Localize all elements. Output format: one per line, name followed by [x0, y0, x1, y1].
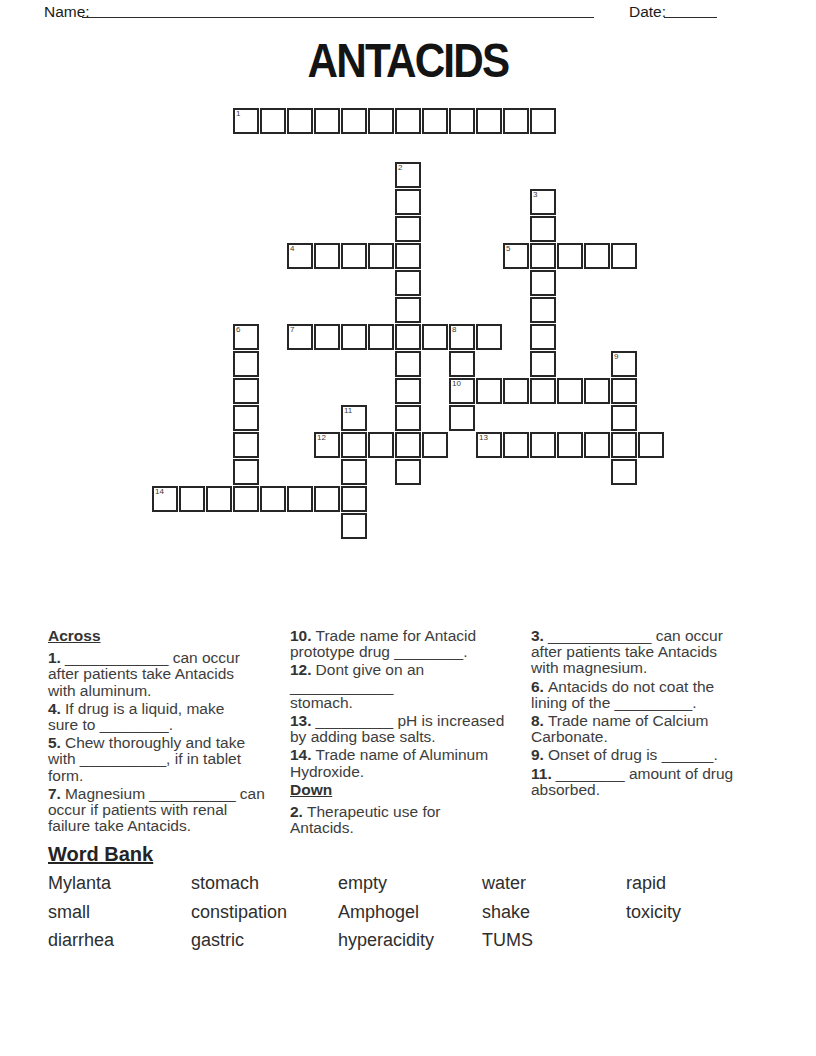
grid-cell-r8c9[interactable] — [395, 324, 421, 350]
clue-6: 6.Antacids do not coat the lining of the… — [531, 679, 751, 711]
grid-cell-r0c13[interactable] — [503, 108, 529, 134]
grid-cell-r12c7[interactable] — [341, 432, 367, 458]
grid-cell-r14c3[interactable] — [233, 486, 259, 512]
grid-cell-r14c6[interactable] — [314, 486, 340, 512]
clue-number-6: 6 — [236, 325, 240, 334]
clue-number-7: 7 — [290, 325, 294, 334]
grid-cell-r5c17[interactable] — [611, 243, 637, 269]
grid-cell-r8c7[interactable] — [341, 324, 367, 350]
grid-cell-r12c14[interactable] — [530, 432, 556, 458]
grid-cell-r12c10[interactable] — [422, 432, 448, 458]
grid-cell-r6c9[interactable] — [395, 270, 421, 296]
clue-number-13: 13 — [479, 433, 488, 442]
grid-cell-r10c16[interactable] — [584, 378, 610, 404]
grid-cell-r0c6[interactable] — [314, 108, 340, 134]
grid-cell-r5c16[interactable] — [584, 243, 610, 269]
grid-cell-r10c14[interactable] — [530, 378, 556, 404]
grid-cell-r10c3[interactable] — [233, 378, 259, 404]
date-blank-line — [664, 2, 717, 18]
clue-10: 10.Trade name for Antacid prototype drug… — [290, 628, 520, 660]
grid-cell-r12c6[interactable]: 12 — [314, 432, 340, 458]
puzzle-title: ANTACIDS — [49, 33, 767, 88]
grid-cell-r9c9[interactable] — [395, 351, 421, 377]
grid-cell-r8c12[interactable] — [476, 324, 502, 350]
grid-cell-r13c17[interactable] — [611, 459, 637, 485]
clues-column-down: 3.____________ can occur after patients … — [531, 628, 751, 800]
clue-8: 8.Trade name of Calcium Carbonate. — [531, 713, 751, 745]
grid-cell-r14c4[interactable] — [260, 486, 286, 512]
grid-cell-r7c9[interactable] — [395, 297, 421, 323]
grid-cell-r10c9[interactable] — [395, 378, 421, 404]
clue-1: 1.____________ can occur after patients … — [48, 650, 266, 699]
clue-number-1: 1 — [236, 109, 240, 118]
word-bank-word: diarrhea — [48, 930, 191, 959]
word-bank-word: stomach — [191, 873, 338, 902]
crossword-grid: 1234567810911121314 — [152, 108, 666, 541]
clue-4: 4.If drug is a liquid, make sure to ____… — [48, 701, 266, 733]
grid-cell-r8c3[interactable]: 6 — [233, 324, 259, 350]
clue-12: 12.Dont give on an ____________ stomach. — [290, 662, 520, 711]
clues-column-across: Across1.____________ can occur after pat… — [48, 628, 266, 836]
grid-cell-r12c15[interactable] — [557, 432, 583, 458]
clue-number-12: 12 — [317, 433, 326, 442]
date-label: Date: — [629, 3, 666, 21]
grid-cell-r11c7[interactable]: 11 — [341, 405, 367, 431]
grid-cell-r11c11[interactable] — [449, 405, 475, 431]
word-bank-word: Mylanta — [48, 873, 191, 902]
grid-cell-r8c14[interactable] — [530, 324, 556, 350]
grid-cell-r9c11[interactable] — [449, 351, 475, 377]
grid-cell-r10c15[interactable] — [557, 378, 583, 404]
name-blank-line — [82, 2, 594, 18]
clue-number-9: 9 — [614, 352, 618, 361]
grid-cell-r12c12[interactable]: 13 — [476, 432, 502, 458]
grid-cell-r5c6[interactable] — [314, 243, 340, 269]
grid-cell-r4c9[interactable] — [395, 216, 421, 242]
grid-cell-r10c17[interactable] — [611, 378, 637, 404]
grid-cell-r14c7[interactable] — [341, 486, 367, 512]
word-bank-word: constipation — [191, 902, 338, 931]
grid-cell-r3c14[interactable]: 3 — [530, 189, 556, 215]
grid-cell-r11c3[interactable] — [233, 405, 259, 431]
grid-cell-r4c14[interactable] — [530, 216, 556, 242]
grid-cell-r12c8[interactable] — [368, 432, 394, 458]
clue-number-8: 8 — [452, 325, 456, 334]
grid-cell-r14c5[interactable] — [287, 486, 313, 512]
word-bank-word: toxicity — [626, 902, 756, 931]
word-bank-heading: Word Bank — [48, 843, 153, 866]
word-bank-word: Amphogel — [338, 902, 482, 931]
grid-cell-r2c9[interactable]: 2 — [395, 162, 421, 188]
grid-cell-r10c12[interactable] — [476, 378, 502, 404]
grid-cell-r5c8[interactable] — [368, 243, 394, 269]
grid-cell-r12c3[interactable] — [233, 432, 259, 458]
grid-cell-r0c8[interactable] — [368, 108, 394, 134]
grid-cell-r6c14[interactable] — [530, 270, 556, 296]
grid-cell-r5c5[interactable]: 4 — [287, 243, 313, 269]
grid-cell-r7c14[interactable] — [530, 297, 556, 323]
clue-number-4: 4 — [290, 244, 294, 253]
grid-cell-r5c7[interactable] — [341, 243, 367, 269]
grid-cell-r13c9[interactable] — [395, 459, 421, 485]
grid-cell-r0c3[interactable]: 1 — [233, 108, 259, 134]
grid-cell-r12c9[interactable] — [395, 432, 421, 458]
grid-cell-r9c17[interactable]: 9 — [611, 351, 637, 377]
grid-cell-r12c13[interactable] — [503, 432, 529, 458]
grid-cell-r0c10[interactable] — [422, 108, 448, 134]
clue-number-14: 14 — [155, 487, 164, 496]
clue-number-10: 10 — [452, 379, 461, 388]
grid-cell-r0c14[interactable] — [530, 108, 556, 134]
word-bank-list: Mylantastomachemptywaterrapidsmallconsti… — [48, 873, 756, 959]
clue-2: 2.Therapeutic use for Antacids. — [290, 804, 520, 836]
down-heading: Down — [290, 782, 520, 798]
grid-cell-r9c3[interactable] — [233, 351, 259, 377]
word-bank-word: rapid — [626, 873, 756, 902]
clue-9: 9.Onset of drug is ______. — [531, 747, 751, 763]
grid-cell-r5c9[interactable] — [395, 243, 421, 269]
word-bank-word: empty — [338, 873, 482, 902]
grid-cell-r12c17[interactable] — [611, 432, 637, 458]
grid-cell-r13c7[interactable] — [341, 459, 367, 485]
clue-5: 5.Chew thoroughly and take with ________… — [48, 735, 266, 784]
word-bank-word: hyperacidity — [338, 930, 482, 959]
grid-cell-r8c10[interactable] — [422, 324, 448, 350]
grid-cell-r9c14[interactable] — [530, 351, 556, 377]
grid-cell-r0c11[interactable] — [449, 108, 475, 134]
word-bank-word: TUMS — [482, 930, 626, 959]
grid-cell-r12c16[interactable] — [584, 432, 610, 458]
grid-cell-r8c5[interactable]: 7 — [287, 324, 313, 350]
grid-cell-r8c8[interactable] — [368, 324, 394, 350]
grid-cell-r5c13[interactable]: 5 — [503, 243, 529, 269]
grid-cell-r14c2[interactable] — [206, 486, 232, 512]
grid-cell-r10c13[interactable] — [503, 378, 529, 404]
clue-14: 14.Trade name of Aluminum Hydroxide. — [290, 747, 520, 779]
word-bank-word: gastric — [191, 930, 338, 959]
grid-cell-r0c9[interactable] — [395, 108, 421, 134]
grid-cell-r14c1[interactable] — [179, 486, 205, 512]
across-heading: Across — [48, 628, 266, 644]
clue-13: 13._________ pH is increased by adding b… — [290, 713, 520, 745]
clue-number-2: 2 — [398, 163, 402, 172]
clue-7: 7.Magnesium __________ can occur if pati… — [48, 786, 266, 835]
grid-cell-r13c3[interactable] — [233, 459, 259, 485]
grid-cell-r15c7[interactable] — [341, 513, 367, 539]
clue-11: 11.________ amount of drug absorbed. — [531, 766, 751, 798]
grid-cell-r11c9[interactable] — [395, 405, 421, 431]
grid-cell-r14c0[interactable]: 14 — [152, 486, 178, 512]
grid-cell-r3c9[interactable] — [395, 189, 421, 215]
grid-cell-r10c11[interactable]: 10 — [449, 378, 475, 404]
grid-cell-r5c14[interactable] — [530, 243, 556, 269]
grid-cell-r0c12[interactable] — [476, 108, 502, 134]
word-bank-word: small — [48, 902, 191, 931]
grid-cell-r8c11[interactable]: 8 — [449, 324, 475, 350]
grid-cell-r8c6[interactable] — [314, 324, 340, 350]
grid-cell-r5c15[interactable] — [557, 243, 583, 269]
clue-number-11: 11 — [344, 406, 352, 415]
word-bank-word: shake — [482, 902, 626, 931]
grid-cell-r12c18[interactable] — [638, 432, 664, 458]
word-bank-word: water — [482, 873, 626, 902]
clues-column-middle: 10.Trade name for Antacid prototype drug… — [290, 628, 520, 838]
clue-number-3: 3 — [533, 190, 537, 199]
clue-3: 3.____________ can occur after patients … — [531, 628, 751, 677]
grid-cell-r0c7[interactable] — [341, 108, 367, 134]
clue-number-5: 5 — [506, 244, 510, 253]
grid-cell-r0c4[interactable] — [260, 108, 286, 134]
grid-cell-r0c5[interactable] — [287, 108, 313, 134]
grid-cell-r11c17[interactable] — [611, 405, 637, 431]
